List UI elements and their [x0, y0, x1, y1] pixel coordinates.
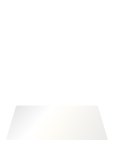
board-surface: [6, 106, 108, 140]
board-front-edge: [6, 139, 108, 145]
board-grid: [9, 106, 104, 138]
chess-board: [0, 0, 114, 150]
photo-canvas: [0, 0, 114, 150]
